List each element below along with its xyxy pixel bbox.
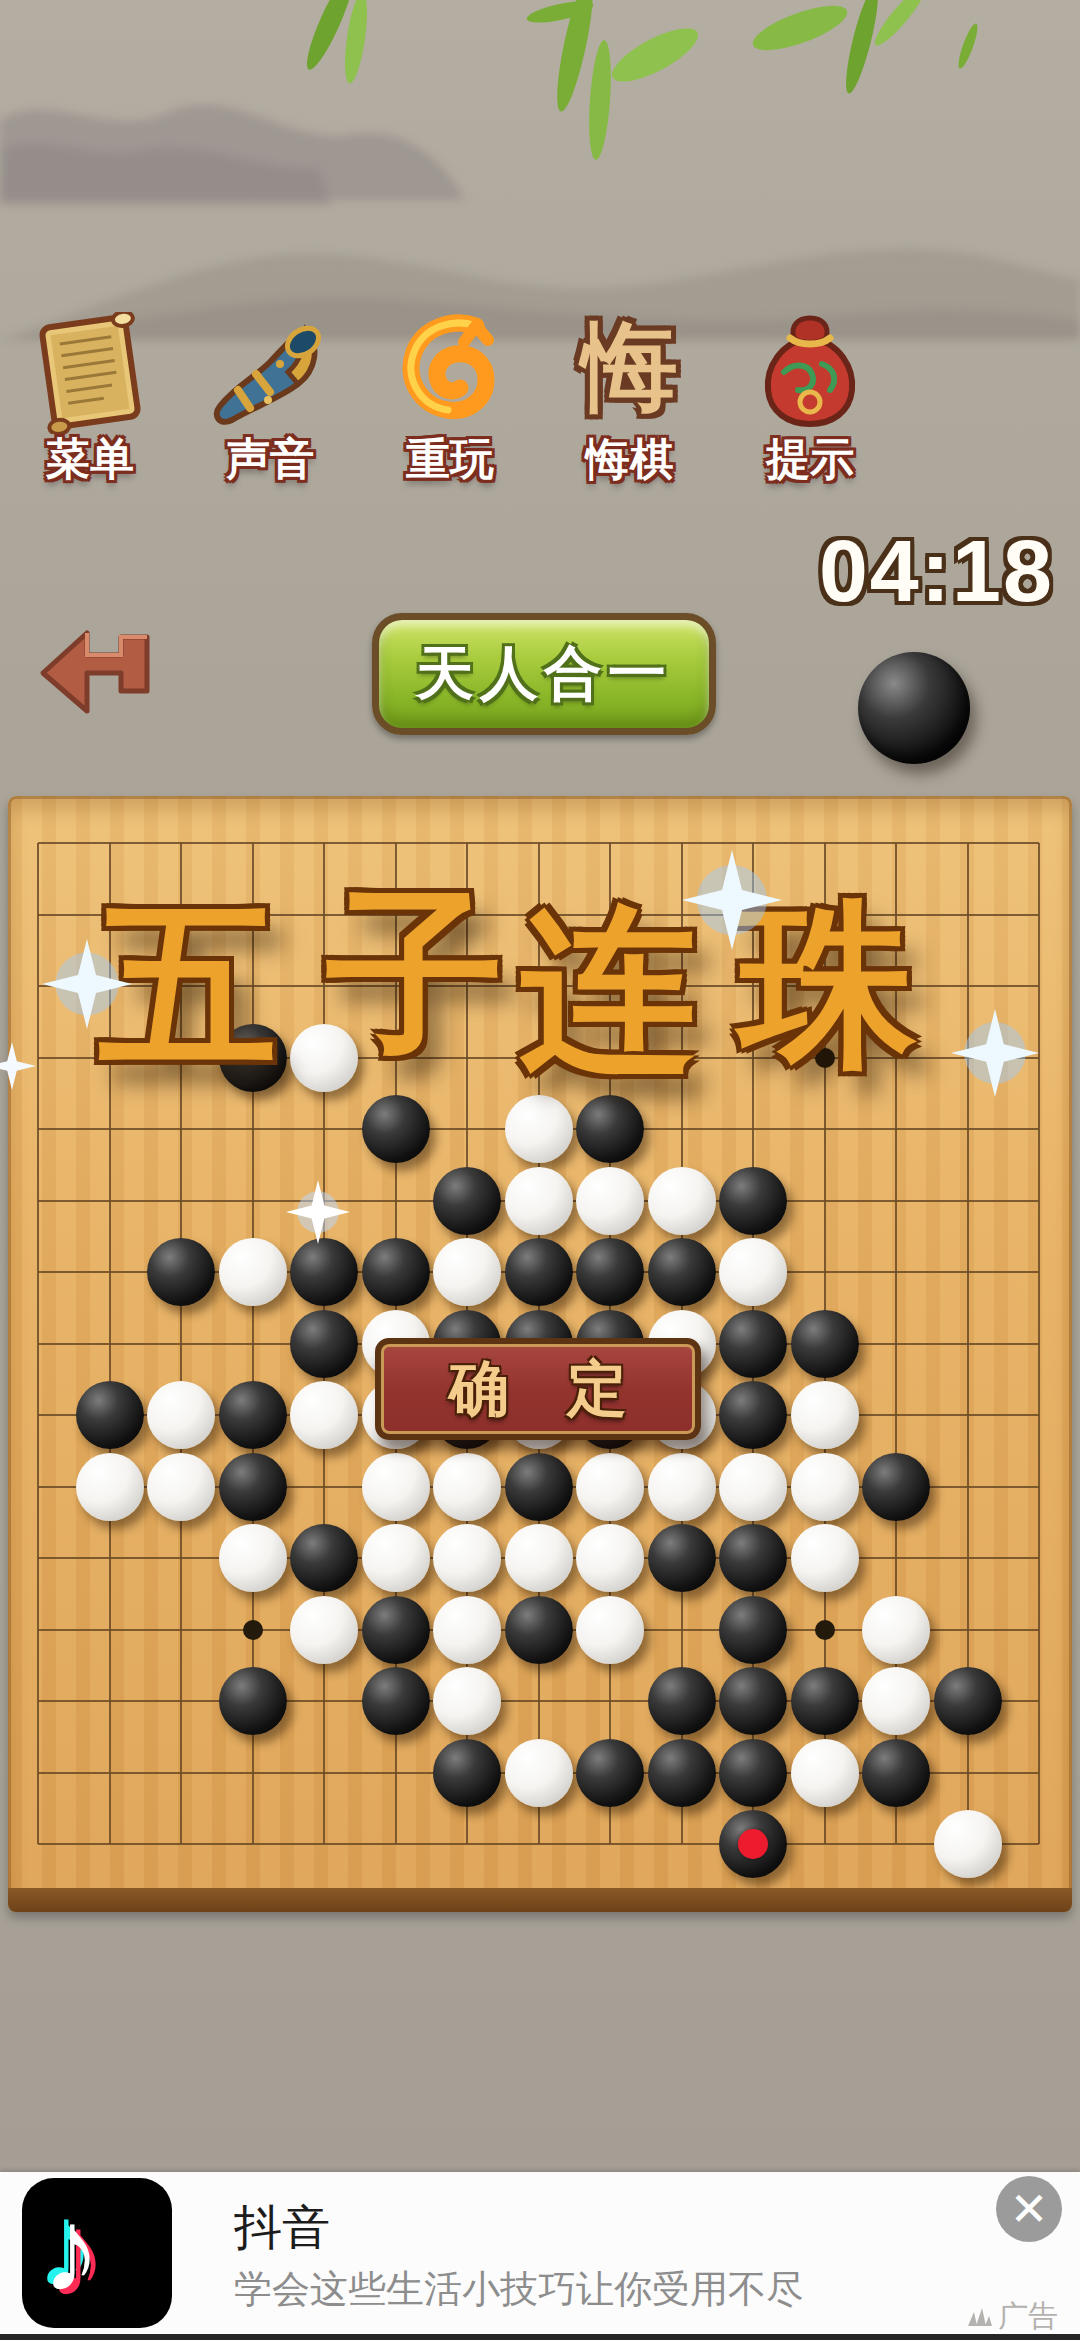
stone-black bbox=[791, 1667, 859, 1735]
confirm-button-label: 确定 bbox=[391, 1349, 685, 1430]
stone-black bbox=[862, 1739, 930, 1807]
stone-black bbox=[862, 1453, 930, 1521]
grid-line-horizontal bbox=[38, 1843, 1039, 1845]
stone-white bbox=[576, 1596, 644, 1664]
stone-white bbox=[505, 1095, 573, 1163]
stone-white bbox=[862, 1596, 930, 1664]
stone-white bbox=[719, 1238, 787, 1306]
stone-white bbox=[290, 1596, 358, 1664]
stone-white bbox=[290, 1024, 358, 1092]
undo-label: 悔棋 bbox=[586, 430, 674, 489]
return-arrow-icon bbox=[35, 615, 160, 725]
stone-black bbox=[433, 1167, 501, 1235]
stone-black bbox=[505, 1596, 573, 1664]
stone-black bbox=[576, 1238, 644, 1306]
ad-description: 学会这些生活小技巧让你受用不尽 bbox=[234, 2264, 804, 2315]
sound-label: 声音 bbox=[226, 430, 314, 489]
level-button-label: 天人合一 bbox=[416, 635, 672, 713]
stone-black bbox=[719, 1667, 787, 1735]
stone-black bbox=[719, 1596, 787, 1664]
stone-black bbox=[362, 1667, 430, 1735]
back-button[interactable] bbox=[35, 615, 160, 725]
stone-white bbox=[433, 1667, 501, 1735]
ad-close-button[interactable]: ✕ bbox=[996, 2176, 1062, 2242]
stone-black bbox=[648, 1238, 716, 1306]
stone-black bbox=[648, 1667, 716, 1735]
stone-white bbox=[76, 1453, 144, 1521]
stone-black bbox=[76, 1381, 144, 1449]
stone-white bbox=[505, 1167, 573, 1235]
star-point bbox=[815, 1048, 835, 1068]
stone-black bbox=[219, 1024, 287, 1092]
stone-black bbox=[648, 1524, 716, 1592]
grid-line-vertical bbox=[1038, 843, 1040, 1844]
stone-white bbox=[219, 1524, 287, 1592]
undo-button[interactable]: 悔 悔棋 bbox=[540, 312, 720, 492]
stone-black bbox=[505, 1453, 573, 1521]
stone-white bbox=[934, 1810, 1002, 1878]
star-point bbox=[815, 1620, 835, 1640]
stone-black bbox=[362, 1095, 430, 1163]
stone-white bbox=[791, 1739, 859, 1807]
stone-black bbox=[719, 1381, 787, 1449]
stone-white bbox=[576, 1453, 644, 1521]
replay-button[interactable]: 重玩 bbox=[360, 312, 540, 492]
hint-button[interactable]: 提示 bbox=[720, 312, 900, 492]
last-move-marker bbox=[738, 1829, 768, 1859]
stone-white bbox=[505, 1524, 573, 1592]
stone-white bbox=[648, 1453, 716, 1521]
board-bottom-edge bbox=[8, 1888, 1072, 1912]
stone-white bbox=[362, 1524, 430, 1592]
stone-black bbox=[290, 1310, 358, 1378]
stone-black bbox=[934, 1667, 1002, 1735]
swirl-icon bbox=[390, 312, 510, 434]
close-icon: ✕ bbox=[1010, 2186, 1049, 2232]
pouch-icon bbox=[750, 312, 870, 434]
stone-black bbox=[791, 1310, 859, 1378]
stone-black bbox=[362, 1596, 430, 1664]
scroll-icon bbox=[30, 312, 150, 434]
ad-label: 广告 bbox=[966, 2296, 1058, 2337]
stone-white bbox=[147, 1381, 215, 1449]
timer: 04:18 bbox=[819, 520, 1054, 622]
stone-black bbox=[362, 1238, 430, 1306]
douyin-app-icon: ♪ ♪ ♪ bbox=[22, 2178, 172, 2328]
stone-black bbox=[290, 1524, 358, 1592]
hint-label: 提示 bbox=[766, 430, 854, 489]
stone-black bbox=[719, 1524, 787, 1592]
stone-black bbox=[719, 1167, 787, 1235]
level-button[interactable]: 天人合一 bbox=[372, 613, 716, 735]
stone-black bbox=[719, 1739, 787, 1807]
stone-white bbox=[648, 1167, 716, 1235]
stone-black bbox=[219, 1381, 287, 1449]
ink-mountains bbox=[0, 0, 1080, 360]
stone-white bbox=[791, 1453, 859, 1521]
stone-white bbox=[219, 1238, 287, 1306]
stone-white bbox=[433, 1453, 501, 1521]
sound-button[interactable]: 声音 bbox=[180, 312, 360, 492]
stone-black bbox=[505, 1238, 573, 1306]
music-note-icon: ♪ bbox=[42, 2191, 101, 2309]
stone-black bbox=[147, 1238, 215, 1306]
replay-label: 重玩 bbox=[406, 430, 494, 489]
stone-white bbox=[791, 1381, 859, 1449]
system-bottom-bar bbox=[0, 2334, 1080, 2340]
stone-white bbox=[505, 1739, 573, 1807]
stone-black bbox=[576, 1095, 644, 1163]
ad-network-icon bbox=[966, 2306, 992, 2328]
bamboo-leaves bbox=[0, 0, 1080, 240]
confirm-button[interactable]: 确定 bbox=[375, 1338, 701, 1440]
stone-white bbox=[433, 1238, 501, 1306]
menu-button[interactable]: 菜单 bbox=[0, 312, 180, 492]
stone-white bbox=[147, 1453, 215, 1521]
stone-white bbox=[576, 1524, 644, 1592]
stone-white bbox=[719, 1453, 787, 1521]
ad-banner[interactable]: ♪ ♪ ♪ 抖音 学会这些生活小技巧让你受用不尽 ✕ 广告 bbox=[0, 2172, 1080, 2334]
black-turn-indicator-stone bbox=[858, 652, 970, 764]
horn-icon bbox=[210, 312, 330, 434]
toolbar: 菜单 声音 重玩 悔 悔棋 bbox=[0, 312, 900, 492]
stone-black bbox=[433, 1739, 501, 1807]
menu-label: 菜单 bbox=[46, 430, 134, 489]
stone-black bbox=[719, 1310, 787, 1378]
stone-black bbox=[648, 1739, 716, 1807]
ad-app-name: 抖音 bbox=[234, 2196, 330, 2260]
stone-white bbox=[433, 1524, 501, 1592]
stone-black bbox=[219, 1453, 287, 1521]
stone-white bbox=[576, 1167, 644, 1235]
stone-white bbox=[862, 1667, 930, 1735]
gomoku-game-screen: { "game": "Gomoku / Five-in-a-Row (五子连珠)… bbox=[0, 0, 1080, 2340]
stone-white bbox=[362, 1453, 430, 1521]
stone-black bbox=[219, 1667, 287, 1735]
stone-black bbox=[290, 1238, 358, 1306]
star-point bbox=[243, 1620, 263, 1640]
stone-white bbox=[433, 1596, 501, 1664]
stone-black bbox=[576, 1739, 644, 1807]
stone-white bbox=[791, 1524, 859, 1592]
hui-character-icon: 悔 bbox=[570, 312, 690, 434]
stone-white bbox=[290, 1381, 358, 1449]
